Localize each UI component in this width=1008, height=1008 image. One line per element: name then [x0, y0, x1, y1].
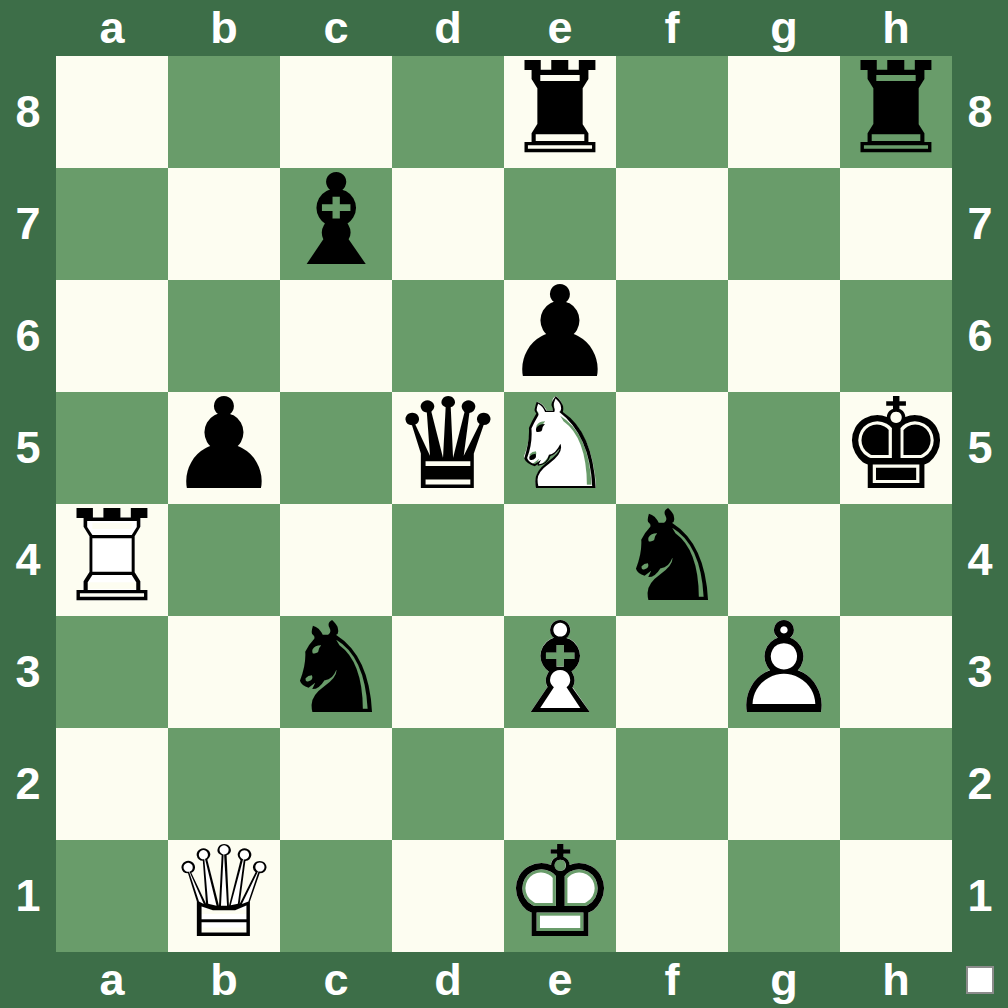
- white-piece-outline-layer: ♙: [728, 613, 840, 725]
- square-a8[interactable]: [56, 56, 168, 168]
- piece-white-king[interactable]: ♚♔: [504, 840, 616, 952]
- square-d5[interactable]: ♛: [392, 392, 504, 504]
- square-c3[interactable]: ♞: [280, 616, 392, 728]
- white-piece-fill-layer: ♛: [168, 837, 280, 949]
- square-d1[interactable]: [392, 840, 504, 952]
- square-h6[interactable]: [840, 280, 952, 392]
- black-piece-glyph: ♚: [840, 389, 952, 501]
- rank-label-7-right: 7: [952, 168, 1008, 280]
- square-a4[interactable]: ♜♖: [56, 504, 168, 616]
- square-e6[interactable]: ♟: [504, 280, 616, 392]
- rank-label-5-right: 5: [952, 392, 1008, 504]
- square-a1[interactable]: [56, 840, 168, 952]
- piece-black-king[interactable]: ♚: [840, 392, 952, 504]
- square-d3[interactable]: [392, 616, 504, 728]
- piece-black-pawn[interactable]: ♟: [504, 280, 616, 392]
- white-piece-outline-layer: ♕: [168, 837, 280, 949]
- rank-label-1-right: 1: [952, 840, 1008, 952]
- rank-labels-left: 87654321: [0, 56, 56, 952]
- square-e3[interactable]: ♝♗: [504, 616, 616, 728]
- rank-label-8-right: 8: [952, 56, 1008, 168]
- square-f7[interactable]: [616, 168, 728, 280]
- square-b2[interactable]: [168, 728, 280, 840]
- rank-label-7-left: 7: [0, 168, 56, 280]
- file-label-d-bottom: d: [392, 952, 504, 1008]
- rank-label-4-right: 4: [952, 504, 1008, 616]
- piece-white-rook[interactable]: ♜♖: [56, 504, 168, 616]
- white-piece-outline-layer: ♘: [504, 389, 616, 501]
- square-c6[interactable]: [280, 280, 392, 392]
- square-g8[interactable]: [728, 56, 840, 168]
- square-h1[interactable]: [840, 840, 952, 952]
- piece-black-rook[interactable]: ♜: [840, 56, 952, 168]
- rank-label-3-right: 3: [952, 616, 1008, 728]
- square-f1[interactable]: [616, 840, 728, 952]
- square-b7[interactable]: [168, 168, 280, 280]
- square-d2[interactable]: [392, 728, 504, 840]
- rank-label-4-left: 4: [0, 504, 56, 616]
- rank-label-5-left: 5: [0, 392, 56, 504]
- square-g6[interactable]: [728, 280, 840, 392]
- white-piece-fill-layer: ♜: [56, 501, 168, 613]
- square-f4[interactable]: ♞: [616, 504, 728, 616]
- square-a5[interactable]: [56, 392, 168, 504]
- rank-label-6-right: 6: [952, 280, 1008, 392]
- square-a3[interactable]: [56, 616, 168, 728]
- square-g1[interactable]: [728, 840, 840, 952]
- square-e1[interactable]: ♚♔: [504, 840, 616, 952]
- square-a7[interactable]: [56, 168, 168, 280]
- square-e4[interactable]: [504, 504, 616, 616]
- rank-label-2-left: 2: [0, 728, 56, 840]
- square-g5[interactable]: [728, 392, 840, 504]
- file-label-g-top: g: [728, 0, 840, 56]
- piece-black-pawn[interactable]: ♟: [168, 392, 280, 504]
- piece-black-knight[interactable]: ♞: [280, 616, 392, 728]
- file-label-e-bottom: e: [504, 952, 616, 1008]
- square-b1[interactable]: ♛♕: [168, 840, 280, 952]
- square-g2[interactable]: [728, 728, 840, 840]
- file-label-b-top: b: [168, 0, 280, 56]
- square-f2[interactable]: [616, 728, 728, 840]
- white-piece-fill-layer: ♟: [728, 613, 840, 725]
- square-f5[interactable]: [616, 392, 728, 504]
- black-piece-glyph: ♞: [280, 613, 392, 725]
- square-g4[interactable]: [728, 504, 840, 616]
- piece-black-rook[interactable]: ♜: [504, 56, 616, 168]
- square-e8[interactable]: ♜: [504, 56, 616, 168]
- file-label-f-bottom: f: [616, 952, 728, 1008]
- square-e5[interactable]: ♞♘: [504, 392, 616, 504]
- piece-white-knight[interactable]: ♞♘: [504, 392, 616, 504]
- file-label-f-top: f: [616, 0, 728, 56]
- piece-white-bishop[interactable]: ♝♗: [504, 616, 616, 728]
- piece-black-bishop[interactable]: ♝: [280, 168, 392, 280]
- piece-white-queen[interactable]: ♛♕: [168, 840, 280, 952]
- file-labels-top: abcdefgh: [56, 0, 952, 56]
- square-a6[interactable]: [56, 280, 168, 392]
- rank-labels-right: 87654321: [952, 56, 1008, 952]
- square-h4[interactable]: [840, 504, 952, 616]
- piece-white-pawn[interactable]: ♟♙: [728, 616, 840, 728]
- black-piece-glyph: ♟: [168, 389, 280, 501]
- white-piece-fill-layer: ♞: [504, 389, 616, 501]
- square-c8[interactable]: [280, 56, 392, 168]
- square-b8[interactable]: [168, 56, 280, 168]
- square-g7[interactable]: [728, 168, 840, 280]
- square-d4[interactable]: [392, 504, 504, 616]
- square-f8[interactable]: [616, 56, 728, 168]
- square-b5[interactable]: ♟: [168, 392, 280, 504]
- square-c4[interactable]: [280, 504, 392, 616]
- square-a2[interactable]: [56, 728, 168, 840]
- file-label-c-bottom: c: [280, 952, 392, 1008]
- square-h7[interactable]: [840, 168, 952, 280]
- file-label-b-bottom: b: [168, 952, 280, 1008]
- square-b4[interactable]: [168, 504, 280, 616]
- file-label-e-top: e: [504, 0, 616, 56]
- black-piece-glyph: ♛: [392, 389, 504, 501]
- black-piece-glyph: ♜: [840, 53, 952, 165]
- white-piece-outline-layer: ♔: [504, 837, 616, 949]
- rank-label-8-left: 8: [0, 56, 56, 168]
- file-label-a-top: a: [56, 0, 168, 56]
- file-labels-bottom: abcdefgh: [56, 952, 952, 1008]
- white-piece-fill-layer: ♝: [504, 613, 616, 725]
- square-d8[interactable]: [392, 56, 504, 168]
- black-piece-glyph: ♞: [616, 501, 728, 613]
- rank-label-2-right: 2: [952, 728, 1008, 840]
- black-piece-glyph: ♝: [280, 165, 392, 277]
- square-e2[interactable]: [504, 728, 616, 840]
- square-g3[interactable]: ♟♙: [728, 616, 840, 728]
- file-label-d-top: d: [392, 0, 504, 56]
- chess-board: ♜♜♝♟♟♛♞♘♚♜♖♞♞♝♗♟♙♛♕♚♔: [56, 56, 952, 952]
- rank-label-1-left: 1: [0, 840, 56, 952]
- square-d6[interactable]: [392, 280, 504, 392]
- file-label-h-bottom: h: [840, 952, 952, 1008]
- square-e7[interactable]: [504, 168, 616, 280]
- square-d7[interactable]: [392, 168, 504, 280]
- rank-label-6-left: 6: [0, 280, 56, 392]
- square-f6[interactable]: [616, 280, 728, 392]
- square-c1[interactable]: [280, 840, 392, 952]
- piece-black-knight[interactable]: ♞: [616, 504, 728, 616]
- square-h5[interactable]: ♚: [840, 392, 952, 504]
- rank-label-3-left: 3: [0, 616, 56, 728]
- white-piece-fill-layer: ♚: [504, 837, 616, 949]
- white-piece-outline-layer: ♖: [56, 501, 168, 613]
- square-c7[interactable]: ♝: [280, 168, 392, 280]
- black-piece-glyph: ♜: [504, 53, 616, 165]
- white-piece-outline-layer: ♗: [504, 613, 616, 725]
- square-h8[interactable]: ♜: [840, 56, 952, 168]
- square-h2[interactable]: [840, 728, 952, 840]
- chess-diagram: abcdefgh abcdefgh 87654321 87654321 ♜♜♝♟…: [0, 0, 1008, 1008]
- file-label-c-top: c: [280, 0, 392, 56]
- square-h3[interactable]: [840, 616, 952, 728]
- black-piece-glyph: ♟: [504, 277, 616, 389]
- square-b3[interactable]: [168, 616, 280, 728]
- white-to-move-indicator: [966, 966, 994, 994]
- piece-black-queen[interactable]: ♛: [392, 392, 504, 504]
- square-b6[interactable]: [168, 280, 280, 392]
- square-c2[interactable]: [280, 728, 392, 840]
- file-label-g-bottom: g: [728, 952, 840, 1008]
- file-label-h-top: h: [840, 0, 952, 56]
- file-label-a-bottom: a: [56, 952, 168, 1008]
- square-f3[interactable]: [616, 616, 728, 728]
- square-c5[interactable]: [280, 392, 392, 504]
